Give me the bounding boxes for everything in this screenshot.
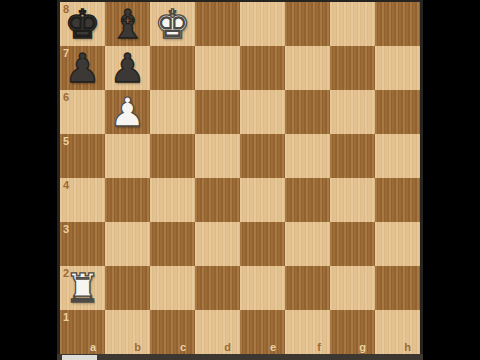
file-label-g: g xyxy=(359,341,366,353)
square-e3[interactable] xyxy=(240,222,285,266)
square-e6[interactable] xyxy=(240,90,285,134)
square-c3[interactable] xyxy=(150,222,195,266)
square-e7[interactable] xyxy=(240,46,285,90)
rank-label-6: 6 xyxy=(63,91,69,103)
left-letterbox-bar xyxy=(0,0,57,360)
square-e2[interactable] xyxy=(240,266,285,310)
rank-label-3: 3 xyxy=(63,223,69,235)
square-b1[interactable]: b xyxy=(105,310,150,354)
square-d3[interactable] xyxy=(195,222,240,266)
piece-white-pawn-b6[interactable]: ♟ xyxy=(110,90,146,134)
square-h1[interactable]: h xyxy=(375,310,420,354)
square-d5[interactable] xyxy=(195,134,240,178)
square-g6[interactable] xyxy=(330,90,375,134)
cropped-ui-strip xyxy=(57,354,423,360)
square-d4[interactable] xyxy=(195,178,240,222)
square-b4[interactable] xyxy=(105,178,150,222)
chess-board: 8♚♝♚7♟♟6♟5432♜1abcdefgh xyxy=(60,2,420,354)
square-a2[interactable]: 2♜ xyxy=(60,266,105,310)
square-d8[interactable] xyxy=(195,2,240,46)
square-e8[interactable] xyxy=(240,2,285,46)
square-h5[interactable] xyxy=(375,134,420,178)
piece-black-king-a8[interactable]: ♚ xyxy=(65,2,101,46)
square-h7[interactable] xyxy=(375,46,420,90)
square-c7[interactable] xyxy=(150,46,195,90)
square-c5[interactable] xyxy=(150,134,195,178)
square-a6[interactable]: 6 xyxy=(60,90,105,134)
square-h3[interactable] xyxy=(375,222,420,266)
file-label-h: h xyxy=(404,341,411,353)
square-g2[interactable] xyxy=(330,266,375,310)
rank-label-4: 4 xyxy=(63,179,69,191)
square-g5[interactable] xyxy=(330,134,375,178)
square-f2[interactable] xyxy=(285,266,330,310)
square-f4[interactable] xyxy=(285,178,330,222)
file-label-c: c xyxy=(180,341,186,353)
piece-black-bishop-b8[interactable]: ♝ xyxy=(110,2,146,46)
square-b7[interactable]: ♟ xyxy=(105,46,150,90)
square-b6[interactable]: ♟ xyxy=(105,90,150,134)
piece-black-pawn-a7[interactable]: ♟ xyxy=(65,46,101,90)
square-a1[interactable]: 1a xyxy=(60,310,105,354)
square-h2[interactable] xyxy=(375,266,420,310)
square-a8[interactable]: 8♚ xyxy=(60,2,105,46)
square-h8[interactable] xyxy=(375,2,420,46)
square-f3[interactable] xyxy=(285,222,330,266)
square-e5[interactable] xyxy=(240,134,285,178)
square-b2[interactable] xyxy=(105,266,150,310)
square-f8[interactable] xyxy=(285,2,330,46)
right-letterbox-bar xyxy=(423,0,480,360)
square-d1[interactable]: d xyxy=(195,310,240,354)
square-d7[interactable] xyxy=(195,46,240,90)
square-e4[interactable] xyxy=(240,178,285,222)
rank-label-1: 1 xyxy=(63,311,69,323)
square-f1[interactable]: f xyxy=(285,310,330,354)
file-label-b: b xyxy=(134,341,141,353)
square-e1[interactable]: e xyxy=(240,310,285,354)
square-d6[interactable] xyxy=(195,90,240,134)
square-b5[interactable] xyxy=(105,134,150,178)
cropped-ui-white-box[interactable] xyxy=(62,355,97,360)
square-d2[interactable] xyxy=(195,266,240,310)
square-g4[interactable] xyxy=(330,178,375,222)
square-a4[interactable]: 4 xyxy=(60,178,105,222)
square-f7[interactable] xyxy=(285,46,330,90)
square-f5[interactable] xyxy=(285,134,330,178)
square-a3[interactable]: 3 xyxy=(60,222,105,266)
rank-label-5: 5 xyxy=(63,135,69,147)
piece-black-pawn-b7[interactable]: ♟ xyxy=(110,46,146,90)
square-g8[interactable] xyxy=(330,2,375,46)
board-frame: 8♚♝♚7♟♟6♟5432♜1abcdefgh xyxy=(57,0,423,360)
square-g1[interactable]: g xyxy=(330,310,375,354)
square-c1[interactable]: c xyxy=(150,310,195,354)
square-c6[interactable] xyxy=(150,90,195,134)
square-c4[interactable] xyxy=(150,178,195,222)
piece-white-rook-a2[interactable]: ♜ xyxy=(65,266,101,310)
square-h4[interactable] xyxy=(375,178,420,222)
file-label-d: d xyxy=(224,341,231,353)
square-c8[interactable]: ♚ xyxy=(150,2,195,46)
square-g7[interactable] xyxy=(330,46,375,90)
square-h6[interactable] xyxy=(375,90,420,134)
file-label-a: a xyxy=(90,341,96,353)
square-c2[interactable] xyxy=(150,266,195,310)
file-label-f: f xyxy=(317,341,321,353)
square-b3[interactable] xyxy=(105,222,150,266)
square-a7[interactable]: 7♟ xyxy=(60,46,105,90)
file-label-e: e xyxy=(270,341,276,353)
square-f6[interactable] xyxy=(285,90,330,134)
video-frame: 8♚♝♚7♟♟6♟5432♜1abcdefgh xyxy=(0,0,480,360)
square-g3[interactable] xyxy=(330,222,375,266)
square-b8[interactable]: ♝ xyxy=(105,2,150,46)
square-a5[interactable]: 5 xyxy=(60,134,105,178)
piece-white-king-c8[interactable]: ♚ xyxy=(155,2,191,46)
